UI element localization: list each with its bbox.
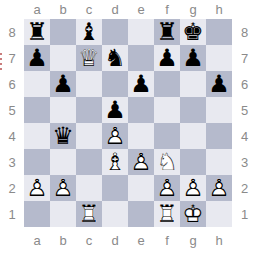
square-g1[interactable]: ♚♔ bbox=[180, 201, 206, 227]
square-h5[interactable] bbox=[206, 97, 232, 123]
square-g5[interactable] bbox=[180, 97, 206, 123]
white-pawn-outline: ♙ bbox=[206, 175, 232, 201]
square-c2[interactable] bbox=[76, 175, 102, 201]
black-queen[interactable]: ♛ bbox=[50, 123, 76, 149]
black-queen-glyph: ♛ bbox=[50, 123, 76, 149]
square-d5[interactable]: ♟ bbox=[102, 97, 128, 123]
square-f8[interactable]: ♜ bbox=[154, 19, 180, 45]
square-e3[interactable]: ♟♙ bbox=[128, 149, 154, 175]
square-a5[interactable] bbox=[24, 97, 50, 123]
square-c7[interactable]: ♛♕ bbox=[76, 45, 102, 71]
square-b1[interactable] bbox=[50, 201, 76, 227]
square-a3[interactable] bbox=[24, 149, 50, 175]
square-g8[interactable]: ♚ bbox=[180, 19, 206, 45]
square-b5[interactable] bbox=[50, 97, 76, 123]
white-pawn-outline: ♙ bbox=[102, 123, 128, 149]
square-h2[interactable]: ♟♙ bbox=[206, 175, 232, 201]
file-label-h-top: h bbox=[206, 0, 232, 19]
black-pawn[interactable]: ♟ bbox=[128, 71, 154, 97]
white-king[interactable]: ♚♔ bbox=[180, 201, 206, 227]
black-pawn[interactable]: ♟ bbox=[180, 45, 206, 71]
white-rook[interactable]: ♜♖ bbox=[76, 201, 102, 227]
rank-label-8-right: 8 bbox=[232, 19, 257, 45]
white-rook-outline: ♖ bbox=[154, 201, 180, 227]
black-pawn[interactable]: ♟ bbox=[24, 45, 50, 71]
square-f4[interactable] bbox=[154, 123, 180, 149]
square-e6[interactable]: ♟ bbox=[128, 71, 154, 97]
white-king-outline: ♔ bbox=[180, 201, 206, 227]
square-b7[interactable] bbox=[50, 45, 76, 71]
file-label-e-bottom: e bbox=[128, 229, 154, 251]
square-f5[interactable] bbox=[154, 97, 180, 123]
black-pawn-glyph: ♟ bbox=[180, 45, 206, 71]
square-d4[interactable]: ♟♙ bbox=[102, 123, 128, 149]
square-e8[interactable] bbox=[128, 19, 154, 45]
square-h7[interactable] bbox=[206, 45, 232, 71]
black-pawn-glyph: ♟ bbox=[24, 45, 50, 71]
file-label-c-bottom: c bbox=[76, 229, 102, 251]
white-queen-outline: ♕ bbox=[76, 45, 102, 71]
rank-label-4-left: 4 bbox=[0, 123, 24, 149]
rank-label-7-right: 7 bbox=[232, 45, 257, 71]
square-c3[interactable] bbox=[76, 149, 102, 175]
black-rook[interactable]: ♜ bbox=[24, 19, 50, 45]
file-label-c-top: c bbox=[76, 0, 102, 19]
white-knight-outline: ♘ bbox=[154, 149, 180, 175]
rank-label-2-left: 2 bbox=[0, 175, 24, 201]
square-b6[interactable]: ♟ bbox=[50, 71, 76, 97]
square-e2[interactable] bbox=[128, 175, 154, 201]
black-pawn-glyph: ♟ bbox=[50, 71, 76, 97]
white-queen[interactable]: ♛♕ bbox=[76, 45, 102, 71]
square-a2[interactable]: ♟♙ bbox=[24, 175, 50, 201]
white-pawn[interactable]: ♟♙ bbox=[24, 175, 50, 201]
file-label-a-top: a bbox=[24, 0, 50, 19]
white-pawn[interactable]: ♟♙ bbox=[206, 175, 232, 201]
square-a8[interactable]: ♜ bbox=[24, 19, 50, 45]
rank-label-6-right: 6 bbox=[232, 71, 257, 97]
square-f6[interactable] bbox=[154, 71, 180, 97]
square-e1[interactable] bbox=[128, 201, 154, 227]
square-b2[interactable]: ♟♙ bbox=[50, 175, 76, 201]
square-d3[interactable]: ♝♗ bbox=[102, 149, 128, 175]
square-a1[interactable] bbox=[24, 201, 50, 227]
square-c4[interactable] bbox=[76, 123, 102, 149]
white-pawn[interactable]: ♟♙ bbox=[128, 149, 154, 175]
file-label-f-bottom: f bbox=[154, 229, 180, 251]
square-b3[interactable] bbox=[50, 149, 76, 175]
black-pawn[interactable]: ♟ bbox=[50, 71, 76, 97]
black-pawn-glyph: ♟ bbox=[128, 71, 154, 97]
square-g7[interactable]: ♟ bbox=[180, 45, 206, 71]
square-d2[interactable] bbox=[102, 175, 128, 201]
square-d7[interactable]: ♞ bbox=[102, 45, 128, 71]
rank-label-2-right: 2 bbox=[232, 175, 257, 201]
black-rook[interactable]: ♜ bbox=[154, 19, 180, 45]
red-dots-artifact bbox=[0, 53, 2, 71]
black-pawn-glyph: ♟ bbox=[206, 71, 232, 97]
white-pawn[interactable]: ♟♙ bbox=[102, 123, 128, 149]
white-pawn-outline: ♙ bbox=[128, 149, 154, 175]
file-label-b-top: b bbox=[50, 0, 76, 19]
black-king[interactable]: ♚ bbox=[180, 19, 206, 45]
square-e5[interactable] bbox=[128, 97, 154, 123]
white-pawn-outline: ♙ bbox=[180, 175, 206, 201]
file-labels-top: abcdefgh bbox=[24, 0, 232, 19]
white-rook[interactable]: ♜♖ bbox=[154, 201, 180, 227]
square-c5[interactable] bbox=[76, 97, 102, 123]
white-pawn[interactable]: ♟♙ bbox=[50, 175, 76, 201]
square-e7[interactable] bbox=[128, 45, 154, 71]
square-h1[interactable] bbox=[206, 201, 232, 227]
square-h6[interactable]: ♟ bbox=[206, 71, 232, 97]
rank-label-5-right: 5 bbox=[232, 97, 257, 123]
rank-labels-right: 87654321 bbox=[232, 19, 257, 227]
square-d8[interactable] bbox=[102, 19, 128, 45]
square-c6[interactable] bbox=[76, 71, 102, 97]
square-h3[interactable] bbox=[206, 149, 232, 175]
square-f3[interactable]: ♞♘ bbox=[154, 149, 180, 175]
square-f1[interactable]: ♜♖ bbox=[154, 201, 180, 227]
square-g6[interactable] bbox=[180, 71, 206, 97]
black-knight[interactable]: ♞ bbox=[102, 45, 128, 71]
square-b4[interactable]: ♛ bbox=[50, 123, 76, 149]
file-label-f-top: f bbox=[154, 0, 180, 19]
square-g2[interactable]: ♟♙ bbox=[180, 175, 206, 201]
white-pawn[interactable]: ♟♙ bbox=[154, 175, 180, 201]
square-h4[interactable] bbox=[206, 123, 232, 149]
chess-diagram: abcdefgh 87654321 ♜♝♜♚♟♛♕♞♟♟♟♟♟♟♛♟♙♝♗♟♙♞… bbox=[0, 0, 257, 256]
black-knight-glyph: ♞ bbox=[102, 45, 128, 71]
black-pawn[interactable]: ♟ bbox=[206, 71, 232, 97]
white-pawn-outline: ♙ bbox=[24, 175, 50, 201]
rank-label-1-left: 1 bbox=[0, 201, 24, 227]
square-d6[interactable] bbox=[102, 71, 128, 97]
square-e4[interactable] bbox=[128, 123, 154, 149]
rank-label-6-left: 6 bbox=[0, 71, 24, 97]
rank-label-3-left: 3 bbox=[0, 149, 24, 175]
white-rook-outline: ♖ bbox=[76, 201, 102, 227]
square-h8[interactable] bbox=[206, 19, 232, 45]
black-pawn-glyph: ♟ bbox=[154, 45, 180, 71]
file-label-a-bottom: a bbox=[24, 229, 50, 251]
black-rook-glyph: ♜ bbox=[24, 19, 50, 45]
chess-board: ♜♝♜♚♟♛♕♞♟♟♟♟♟♟♛♟♙♝♗♟♙♞♘♟♙♟♙♟♙♟♙♟♙♜♖♜♖♚♔ bbox=[24, 19, 232, 227]
black-pawn-glyph: ♟ bbox=[102, 97, 128, 123]
file-label-d-top: d bbox=[102, 0, 128, 19]
rank-label-7-left: 7 bbox=[0, 45, 24, 71]
file-label-g-bottom: g bbox=[180, 229, 206, 251]
square-g3[interactable] bbox=[180, 149, 206, 175]
file-label-d-bottom: d bbox=[102, 229, 128, 251]
file-label-g-top: g bbox=[180, 0, 206, 19]
white-bishop-outline: ♗ bbox=[102, 149, 128, 175]
rank-label-8-left: 8 bbox=[0, 19, 24, 45]
file-label-e-top: e bbox=[128, 0, 154, 19]
file-labels-bottom: abcdefgh bbox=[24, 229, 232, 251]
white-bishop[interactable]: ♝♗ bbox=[102, 149, 128, 175]
black-rook-glyph: ♜ bbox=[154, 19, 180, 45]
white-pawn[interactable]: ♟♙ bbox=[180, 175, 206, 201]
white-pawn-outline: ♙ bbox=[154, 175, 180, 201]
rank-label-4-right: 4 bbox=[232, 123, 257, 149]
black-king-glyph: ♚ bbox=[180, 19, 206, 45]
square-a4[interactable] bbox=[24, 123, 50, 149]
file-label-b-bottom: b bbox=[50, 229, 76, 251]
white-pawn-outline: ♙ bbox=[50, 175, 76, 201]
square-f2[interactable]: ♟♙ bbox=[154, 175, 180, 201]
square-d1[interactable] bbox=[102, 201, 128, 227]
square-b8[interactable] bbox=[50, 19, 76, 45]
square-g4[interactable] bbox=[180, 123, 206, 149]
rank-labels-left: 87654321 bbox=[0, 19, 24, 227]
black-bishop[interactable]: ♝ bbox=[76, 19, 102, 45]
black-pawn[interactable]: ♟ bbox=[102, 97, 128, 123]
file-label-h-bottom: h bbox=[206, 229, 232, 251]
white-knight[interactable]: ♞♘ bbox=[154, 149, 180, 175]
rank-label-3-right: 3 bbox=[232, 149, 257, 175]
square-c1[interactable]: ♜♖ bbox=[76, 201, 102, 227]
black-pawn[interactable]: ♟ bbox=[154, 45, 180, 71]
square-a7[interactable]: ♟ bbox=[24, 45, 50, 71]
square-f7[interactable]: ♟ bbox=[154, 45, 180, 71]
rank-label-5-left: 5 bbox=[0, 97, 24, 123]
square-c8[interactable]: ♝ bbox=[76, 19, 102, 45]
rank-label-1-right: 1 bbox=[232, 201, 257, 227]
black-bishop-glyph: ♝ bbox=[76, 19, 102, 45]
square-a6[interactable] bbox=[24, 71, 50, 97]
